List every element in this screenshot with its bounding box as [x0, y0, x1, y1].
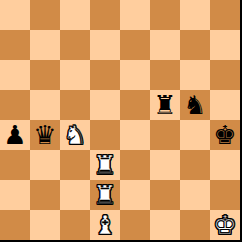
square-g3[interactable] — [180, 150, 210, 180]
square-e1[interactable] — [120, 210, 150, 240]
square-d8[interactable] — [90, 0, 120, 30]
square-e7[interactable] — [120, 30, 150, 60]
square-h2[interactable] — [210, 180, 240, 210]
white-king[interactable]: ♚ — [213, 212, 236, 238]
black-knight[interactable]: ♞ — [183, 92, 206, 118]
square-c5[interactable] — [60, 90, 90, 120]
square-a6[interactable] — [0, 60, 30, 90]
black-rook[interactable]: ♜ — [153, 92, 176, 118]
square-c2[interactable] — [60, 180, 90, 210]
square-b7[interactable] — [30, 30, 60, 60]
square-h3[interactable] — [210, 150, 240, 180]
chess-board: ♜♞♟♛♞♚♜♜♝♚ — [0, 0, 242, 242]
square-d4[interactable] — [90, 120, 120, 150]
square-f5[interactable]: ♜ — [150, 90, 180, 120]
square-d7[interactable] — [90, 30, 120, 60]
square-d5[interactable] — [90, 90, 120, 120]
square-c8[interactable] — [60, 0, 90, 30]
square-e2[interactable] — [120, 180, 150, 210]
square-c7[interactable] — [60, 30, 90, 60]
square-e5[interactable] — [120, 90, 150, 120]
square-c1[interactable] — [60, 210, 90, 240]
square-c4[interactable]: ♞ — [60, 120, 90, 150]
square-h1[interactable]: ♚ — [210, 210, 240, 240]
square-h7[interactable] — [210, 30, 240, 60]
square-f2[interactable] — [150, 180, 180, 210]
square-d3[interactable]: ♜ — [90, 150, 120, 180]
square-f6[interactable] — [150, 60, 180, 90]
square-d1[interactable]: ♝ — [90, 210, 120, 240]
square-g5[interactable]: ♞ — [180, 90, 210, 120]
black-queen[interactable]: ♛ — [33, 122, 56, 148]
square-a3[interactable] — [0, 150, 30, 180]
square-f4[interactable] — [150, 120, 180, 150]
square-a8[interactable] — [0, 0, 30, 30]
square-b2[interactable] — [30, 180, 60, 210]
board-grid: ♜♞♟♛♞♚♜♜♝♚ — [0, 0, 240, 240]
square-b5[interactable] — [30, 90, 60, 120]
square-h6[interactable] — [210, 60, 240, 90]
square-e6[interactable] — [120, 60, 150, 90]
black-pawn[interactable]: ♟ — [3, 122, 26, 148]
square-e4[interactable] — [120, 120, 150, 150]
square-h4[interactable]: ♚ — [210, 120, 240, 150]
white-rook[interactable]: ♜ — [93, 152, 116, 178]
square-a4[interactable]: ♟ — [0, 120, 30, 150]
square-a2[interactable] — [0, 180, 30, 210]
square-b3[interactable] — [30, 150, 60, 180]
square-f3[interactable] — [150, 150, 180, 180]
square-g6[interactable] — [180, 60, 210, 90]
black-king[interactable]: ♚ — [213, 122, 236, 148]
square-a7[interactable] — [0, 30, 30, 60]
white-knight[interactable]: ♞ — [63, 122, 86, 148]
square-c6[interactable] — [60, 60, 90, 90]
square-f1[interactable] — [150, 210, 180, 240]
square-d6[interactable] — [90, 60, 120, 90]
square-b6[interactable] — [30, 60, 60, 90]
square-h8[interactable] — [210, 0, 240, 30]
square-e3[interactable] — [120, 150, 150, 180]
square-e8[interactable] — [120, 0, 150, 30]
square-h5[interactable] — [210, 90, 240, 120]
square-a5[interactable] — [0, 90, 30, 120]
square-g4[interactable] — [180, 120, 210, 150]
square-a1[interactable] — [0, 210, 30, 240]
white-rook[interactable]: ♜ — [93, 182, 116, 208]
square-b1[interactable] — [30, 210, 60, 240]
square-d2[interactable]: ♜ — [90, 180, 120, 210]
white-bishop[interactable]: ♝ — [93, 212, 116, 238]
square-g7[interactable] — [180, 30, 210, 60]
square-g1[interactable] — [180, 210, 210, 240]
square-g8[interactable] — [180, 0, 210, 30]
square-f8[interactable] — [150, 0, 180, 30]
square-b8[interactable] — [30, 0, 60, 30]
square-b4[interactable]: ♛ — [30, 120, 60, 150]
square-g2[interactable] — [180, 180, 210, 210]
square-c3[interactable] — [60, 150, 90, 180]
square-f7[interactable] — [150, 30, 180, 60]
